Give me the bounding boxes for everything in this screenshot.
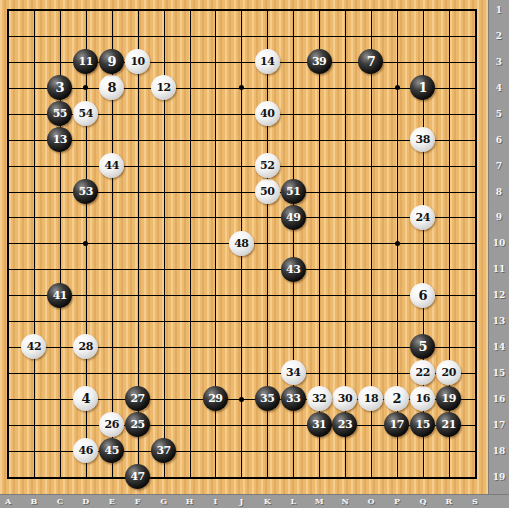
black-stone-23[interactable]: 23: [332, 412, 357, 437]
white-stone-54[interactable]: 54: [73, 101, 98, 126]
black-stone-25[interactable]: 25: [125, 412, 150, 437]
white-stone-20[interactable]: 20: [436, 360, 461, 385]
column-label-K: K: [259, 495, 275, 508]
black-stone-9[interactable]: 9: [99, 49, 124, 74]
white-stone-52[interactable]: 52: [255, 153, 280, 178]
white-stone-34[interactable]: 34: [281, 360, 306, 385]
row-label-8: 8: [489, 186, 509, 198]
column-label-I: I: [207, 495, 223, 508]
row-label-10: 10: [489, 237, 509, 249]
row-label-15: 15: [489, 367, 509, 379]
column-label-O: O: [363, 495, 379, 508]
go-board-diagram: 1234567891011121314151617181920212223242…: [0, 0, 509, 508]
black-stone-13[interactable]: 13: [47, 127, 72, 152]
row-label-4: 4: [489, 82, 509, 94]
white-stone-42[interactable]: 42: [21, 334, 46, 359]
black-stone-29[interactable]: 29: [203, 386, 228, 411]
black-stone-1[interactable]: 1: [410, 75, 435, 100]
column-label-Q: Q: [415, 495, 431, 508]
white-stone-22[interactable]: 22: [410, 360, 435, 385]
black-stone-37[interactable]: 37: [151, 438, 176, 463]
row-coordinate-strip: 12345678910111213141516171819: [488, 0, 509, 508]
row-label-1: 1: [489, 4, 509, 16]
white-stone-18[interactable]: 18: [358, 386, 383, 411]
row-label-18: 18: [489, 445, 509, 457]
row-label-9: 9: [489, 211, 509, 223]
row-label-3: 3: [489, 56, 509, 68]
black-stone-43[interactable]: 43: [281, 257, 306, 282]
black-stone-17[interactable]: 17: [384, 412, 409, 437]
row-label-13: 13: [489, 315, 509, 327]
black-stone-55[interactable]: 55: [47, 101, 72, 126]
row-label-12: 12: [489, 289, 509, 301]
black-stone-41[interactable]: 41: [47, 283, 72, 308]
white-stone-46[interactable]: 46: [73, 438, 98, 463]
row-label-6: 6: [489, 134, 509, 146]
row-label-5: 5: [489, 108, 509, 120]
row-label-17: 17: [489, 419, 509, 431]
column-label-A: A: [0, 495, 16, 508]
white-stone-40[interactable]: 40: [255, 101, 280, 126]
black-stone-45[interactable]: 45: [99, 438, 124, 463]
row-label-16: 16: [489, 393, 509, 405]
column-label-R: R: [441, 495, 457, 508]
black-stone-21[interactable]: 21: [436, 412, 461, 437]
white-stone-4[interactable]: 4: [73, 386, 98, 411]
column-coordinate-strip: ABCDEFGHIJKLMNOPQRS: [0, 494, 509, 508]
column-label-J: J: [233, 495, 249, 508]
white-stone-38[interactable]: 38: [410, 127, 435, 152]
column-label-E: E: [104, 495, 120, 508]
black-stone-49[interactable]: 49: [281, 205, 306, 230]
white-stone-28[interactable]: 28: [73, 334, 98, 359]
black-stone-53[interactable]: 53: [73, 179, 98, 204]
white-stone-48[interactable]: 48: [229, 231, 254, 256]
black-stone-39[interactable]: 39: [307, 49, 332, 74]
column-label-F: F: [130, 495, 146, 508]
row-label-14: 14: [489, 341, 509, 353]
white-stone-12[interactable]: 12: [151, 75, 176, 100]
black-stone-27[interactable]: 27: [125, 386, 150, 411]
black-stone-15[interactable]: 15: [410, 412, 435, 437]
white-stone-50[interactable]: 50: [255, 179, 280, 204]
black-stone-35[interactable]: 35: [255, 386, 280, 411]
black-stone-5[interactable]: 5: [410, 334, 435, 359]
black-stone-7[interactable]: 7: [358, 49, 383, 74]
black-stone-33[interactable]: 33: [281, 386, 306, 411]
row-label-2: 2: [489, 30, 509, 42]
white-stone-26[interactable]: 26: [99, 412, 124, 437]
white-stone-8[interactable]: 8: [99, 75, 124, 100]
column-label-S: S: [467, 495, 483, 508]
column-label-L: L: [285, 495, 301, 508]
column-label-M: M: [311, 495, 327, 508]
white-stone-14[interactable]: 14: [255, 49, 280, 74]
white-stone-44[interactable]: 44: [99, 153, 124, 178]
row-label-11: 11: [489, 263, 509, 275]
white-stone-24[interactable]: 24: [410, 205, 435, 230]
white-stone-32[interactable]: 32: [307, 386, 332, 411]
white-stone-16[interactable]: 16: [410, 386, 435, 411]
black-stone-11[interactable]: 11: [73, 49, 98, 74]
row-label-19: 19: [489, 471, 509, 483]
white-stone-30[interactable]: 30: [332, 386, 357, 411]
column-label-N: N: [337, 495, 353, 508]
black-stone-3[interactable]: 3: [47, 75, 72, 100]
black-stone-19[interactable]: 19: [436, 386, 461, 411]
white-stone-6[interactable]: 6: [410, 283, 435, 308]
white-stone-10[interactable]: 10: [125, 49, 150, 74]
column-label-H: H: [182, 495, 198, 508]
column-label-P: P: [389, 495, 405, 508]
column-label-G: G: [156, 495, 172, 508]
column-label-B: B: [26, 495, 42, 508]
black-stone-31[interactable]: 31: [307, 412, 332, 437]
black-stone-51[interactable]: 51: [281, 179, 306, 204]
column-label-D: D: [78, 495, 94, 508]
black-stone-47[interactable]: 47: [125, 464, 150, 489]
board-intersections-grid[interactable]: 1234567891011121314151617181920212223242…: [0, 0, 488, 490]
column-label-C: C: [52, 495, 68, 508]
row-label-7: 7: [489, 160, 509, 172]
white-stone-2[interactable]: 2: [384, 386, 409, 411]
